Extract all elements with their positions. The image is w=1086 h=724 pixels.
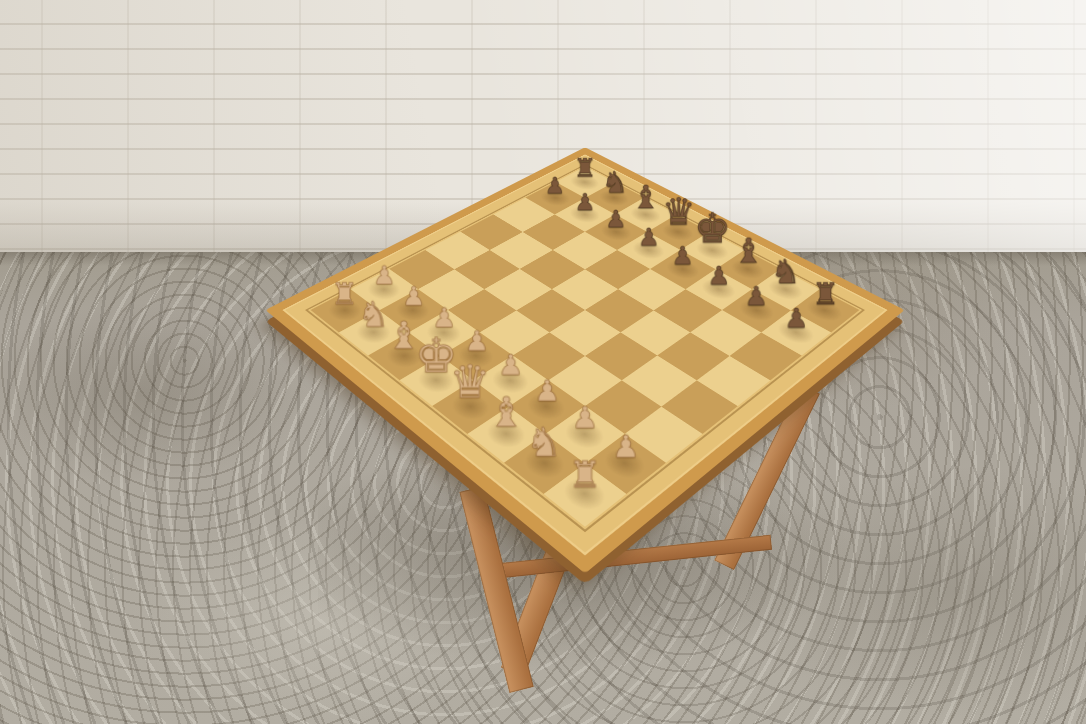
piece-black-pawn-e7: ♟ (672, 243, 694, 268)
piece-black-bishop-f8: ♝ (733, 234, 764, 268)
piece-white-pawn-f2: ♟ (534, 376, 560, 405)
piece-white-knight-b1: ♞ (358, 296, 389, 331)
piece-black-pawn-h7: ♟ (784, 305, 808, 332)
piece-white-pawn-g2: ♟ (572, 403, 599, 433)
piece-black-pawn-g7: ♟ (745, 283, 768, 309)
piece-white-queen-e1: ♛ (450, 360, 491, 406)
piece-black-rook-h8: ♜ (812, 279, 839, 309)
piece-white-pawn-h2: ♟ (612, 431, 640, 462)
piece-black-knight-b8: ♞ (602, 167, 628, 197)
piece-black-pawn-c7: ♟ (606, 207, 627, 231)
piece-white-pawn-e2: ♟ (498, 351, 523, 379)
piece-black-bishop-c8: ♝ (632, 182, 661, 214)
piece-black-pawn-a7: ♟ (545, 174, 565, 197)
square-h1: ♜ (543, 463, 626, 527)
piece-black-queen-d8: ♛ (662, 194, 695, 231)
piece-white-bishop-f1: ♝ (488, 392, 525, 433)
piece-white-pawn-b2: ♟ (402, 283, 425, 309)
piece-white-knight-g1: ♞ (527, 422, 563, 462)
piece-white-rook-h1: ♜ (569, 456, 602, 493)
square-g6 (691, 310, 761, 355)
piece-white-rook-a1: ♜ (331, 279, 358, 309)
piece-black-pawn-d7: ♟ (638, 225, 660, 249)
piece-black-pawn-f7: ♟ (707, 263, 730, 288)
piece-black-knight-g8: ♞ (771, 255, 801, 288)
piece-white-pawn-a2: ♟ (373, 263, 396, 288)
piece-black-king-e8: ♚ (694, 208, 731, 249)
piece-white-pawn-d2: ♟ (464, 327, 489, 354)
piece-black-rook-a8: ♜ (574, 156, 597, 181)
piece-black-pawn-b7: ♟ (575, 190, 596, 213)
photo-chess-table-scene: ♜♞♝♛♚♝♞♜♟♟♟♟♟♟♟♟♟♟♟♟♟♟♟♟♜♞♝♚♛♝♞♜ (0, 0, 1086, 724)
square-e4 (550, 310, 620, 355)
